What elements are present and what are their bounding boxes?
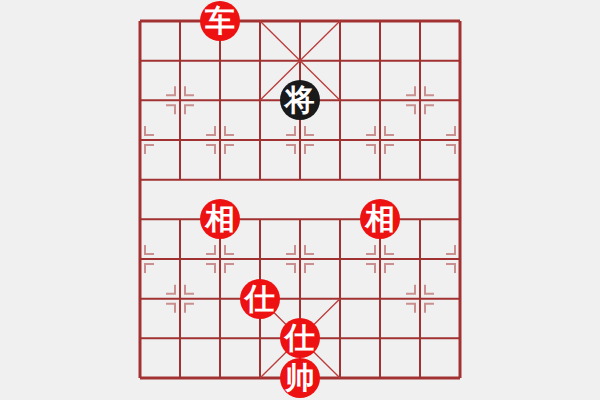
red-chariot[interactable]: 车 xyxy=(200,1,240,41)
red-elephant-right[interactable]: 相 xyxy=(360,199,400,239)
red-king[interactable]: 帅 xyxy=(280,358,320,398)
red-advisor-center[interactable]: 仕 xyxy=(280,318,320,358)
black-general[interactable]: 将 xyxy=(280,80,320,120)
red-elephant-left[interactable]: 相 xyxy=(200,199,240,239)
red-advisor-upper[interactable]: 仕 xyxy=(240,279,280,319)
xiangqi-screen: 车将相相仕仕帅 xyxy=(0,0,600,400)
